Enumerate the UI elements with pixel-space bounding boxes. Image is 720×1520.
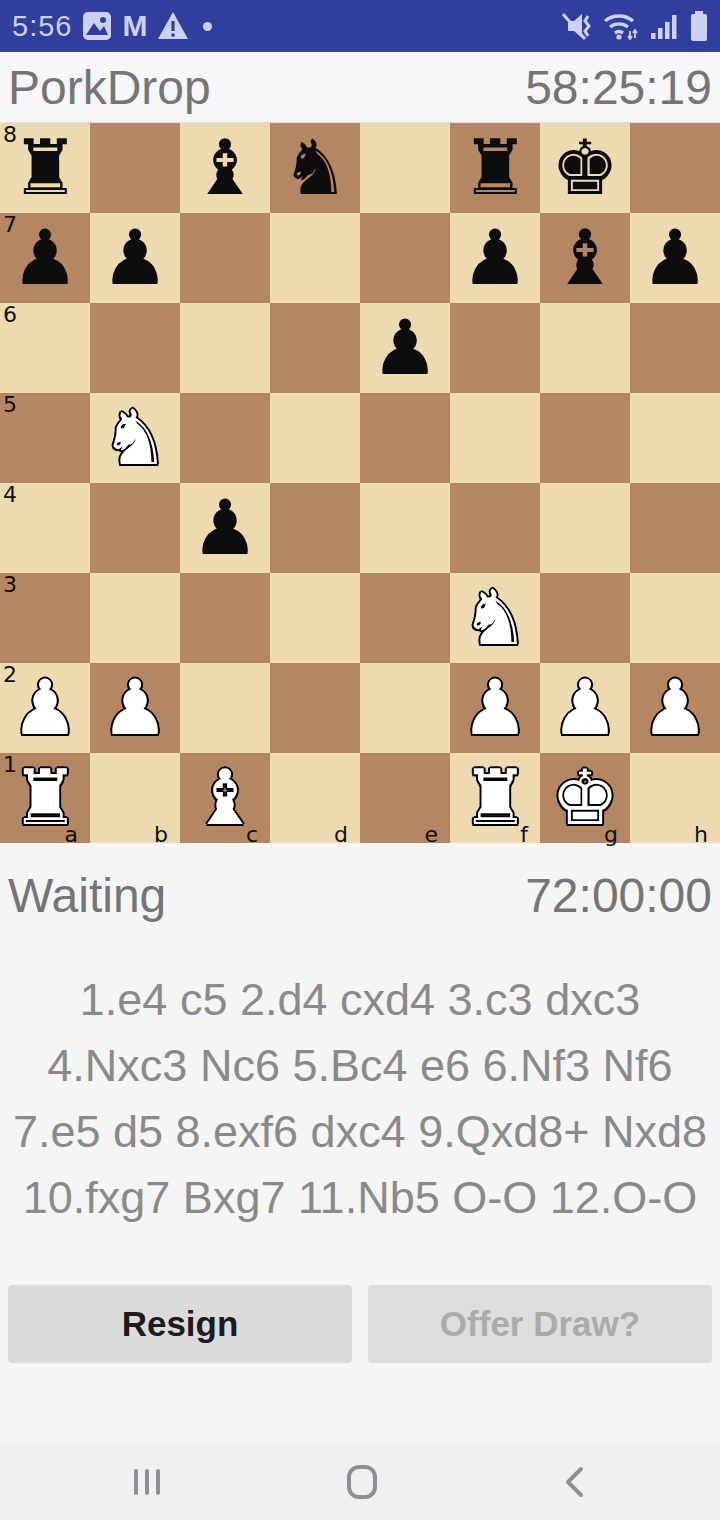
black-knight[interactable]: ♞ [281,123,349,213]
rank-label-8: 8 [3,122,17,147]
recents-button[interactable] [130,1465,164,1499]
square-g1[interactable]: g♚ [540,753,630,843]
square-h1[interactable]: h [630,753,720,843]
gallery-icon [82,11,112,41]
white-knight[interactable]: ♞ [461,573,529,663]
white-pawn[interactable]: ♟ [551,663,619,753]
opponent-name: PorkDrop [8,60,211,115]
square-c5[interactable] [180,393,270,483]
black-bishop[interactable]: ♝ [551,213,619,303]
square-f8[interactable]: ♜ [450,123,540,213]
square-b7[interactable]: ♟ [90,213,180,303]
square-g5[interactable] [540,393,630,483]
square-d7[interactable] [270,213,360,303]
square-h8[interactable] [630,123,720,213]
home-button[interactable] [345,1464,379,1500]
warning-icon [157,11,189,41]
android-navbar [0,1444,720,1520]
black-king[interactable]: ♚ [551,123,619,213]
rank-label-4: 4 [3,482,17,507]
square-a7[interactable]: 7♟ [0,213,90,303]
white-knight[interactable]: ♞ [101,393,169,483]
square-e8[interactable] [360,123,450,213]
square-h2[interactable]: ♟ [630,663,720,753]
square-h4[interactable] [630,483,720,573]
square-f7[interactable]: ♟ [450,213,540,303]
square-e6[interactable]: ♟ [360,303,450,393]
square-c3[interactable] [180,573,270,663]
status-bar-left: 5:56 M [12,10,212,43]
square-c2[interactable] [180,663,270,753]
action-buttons: Resign Offer Draw? [0,1285,720,1363]
white-pawn[interactable]: ♟ [101,663,169,753]
black-bishop[interactable]: ♝ [191,123,259,213]
square-g6[interactable] [540,303,630,393]
square-e2[interactable] [360,663,450,753]
square-b2[interactable]: ♟ [90,663,180,753]
black-rook[interactable]: ♜ [11,123,79,213]
square-a6[interactable]: 6 [0,303,90,393]
square-e5[interactable] [360,393,450,483]
file-label-g: g [604,822,618,847]
square-a2[interactable]: 2♟ [0,663,90,753]
square-c8[interactable]: ♝ [180,123,270,213]
white-pawn[interactable]: ♟ [641,663,709,753]
square-b5[interactable]: ♞ [90,393,180,483]
black-pawn[interactable]: ♟ [11,213,79,303]
rank-label-5: 5 [3,392,17,417]
vibrate-icon [558,11,592,41]
square-h7[interactable]: ♟ [630,213,720,303]
square-d5[interactable] [270,393,360,483]
file-label-e: e [424,822,438,847]
rank-label-6: 6 [3,302,17,327]
square-g4[interactable] [540,483,630,573]
square-e1[interactable]: e [360,753,450,843]
square-c4[interactable]: ♟ [180,483,270,573]
game-status: Waiting [8,868,166,923]
square-h6[interactable] [630,303,720,393]
wifi-icon [602,11,640,41]
black-pawn[interactable]: ♟ [371,303,439,393]
rank-label-1: 1 [3,752,17,777]
square-f2[interactable]: ♟ [450,663,540,753]
gmail-icon: M [122,11,147,41]
file-label-d: d [334,822,348,847]
square-f1[interactable]: f♜ [450,753,540,843]
black-pawn[interactable]: ♟ [191,483,259,573]
square-c6[interactable] [180,303,270,393]
square-h3[interactable] [630,573,720,663]
chess-board[interactable]: 8♜♝♞♜♚7♟♟♟♝♟6♟5♞4♟3♞2♟♟♟♟♟1a♜bc♝def♜g♚h [0,123,720,843]
resign-button[interactable]: Resign [8,1285,352,1363]
file-label-h: h [694,822,708,847]
rank-label-3: 3 [3,572,17,597]
square-b3[interactable] [90,573,180,663]
square-a5[interactable]: 5 [0,393,90,483]
square-c7[interactable] [180,213,270,303]
square-b4[interactable] [90,483,180,573]
offer-draw-button[interactable]: Offer Draw? [368,1285,712,1363]
square-f3[interactable]: ♞ [450,573,540,663]
file-label-b: b [154,822,168,847]
square-g2[interactable]: ♟ [540,663,630,753]
square-d1[interactable]: d [270,753,360,843]
rank-label-2: 2 [3,662,17,687]
square-a3[interactable]: 3 [0,573,90,663]
square-a4[interactable]: 4 [0,483,90,573]
player-clock: 72:00:00 [525,868,712,923]
opponent-clock: 58:25:19 [525,60,712,115]
square-e7[interactable] [360,213,450,303]
white-pawn[interactable]: ♟ [461,663,529,753]
file-label-a: a [65,822,78,847]
signal-icon [650,11,680,41]
black-pawn[interactable]: ♟ [461,213,529,303]
square-d4[interactable] [270,483,360,573]
square-f4[interactable] [450,483,540,573]
battery-icon [690,10,708,42]
back-button[interactable] [560,1465,590,1499]
square-f6[interactable] [450,303,540,393]
square-g7[interactable]: ♝ [540,213,630,303]
white-rook[interactable]: ♜ [461,753,529,843]
file-label-f: f [520,822,528,847]
black-rook[interactable]: ♜ [461,123,529,213]
white-pawn[interactable]: ♟ [11,663,79,753]
square-g3[interactable] [540,573,630,663]
square-a1[interactable]: 1a♜ [0,753,90,843]
square-b1[interactable]: b [90,753,180,843]
status-bar-right [558,10,708,42]
app-screen: 5:56 M PorkDrop [0,0,720,1520]
square-h5[interactable] [630,393,720,483]
rank-label-7: 7 [3,212,17,237]
black-pawn[interactable]: ♟ [101,213,169,303]
move-list: 1.e4 c5 2.d4 cxd4 3.c3 dxc3 4.Nxc3 Nc6 5… [0,931,720,1231]
square-d6[interactable] [270,303,360,393]
square-d3[interactable] [270,573,360,663]
player-status-row: Waiting 72:00:00 [0,843,720,931]
square-f5[interactable] [450,393,540,483]
notification-dot-icon [203,22,212,31]
status-time: 5:56 [12,10,72,43]
square-a8[interactable]: 8♜ [0,123,90,213]
square-c1[interactable]: c♝ [180,753,270,843]
square-b6[interactable] [90,303,180,393]
black-pawn[interactable]: ♟ [641,213,709,303]
square-d2[interactable] [270,663,360,753]
file-label-c: c [246,822,258,847]
square-d8[interactable]: ♞ [270,123,360,213]
square-b8[interactable] [90,123,180,213]
square-g8[interactable]: ♚ [540,123,630,213]
square-e4[interactable] [360,483,450,573]
game-header: PorkDrop 58:25:19 [0,52,720,123]
status-bar: 5:56 M [0,0,720,52]
square-e3[interactable] [360,573,450,663]
